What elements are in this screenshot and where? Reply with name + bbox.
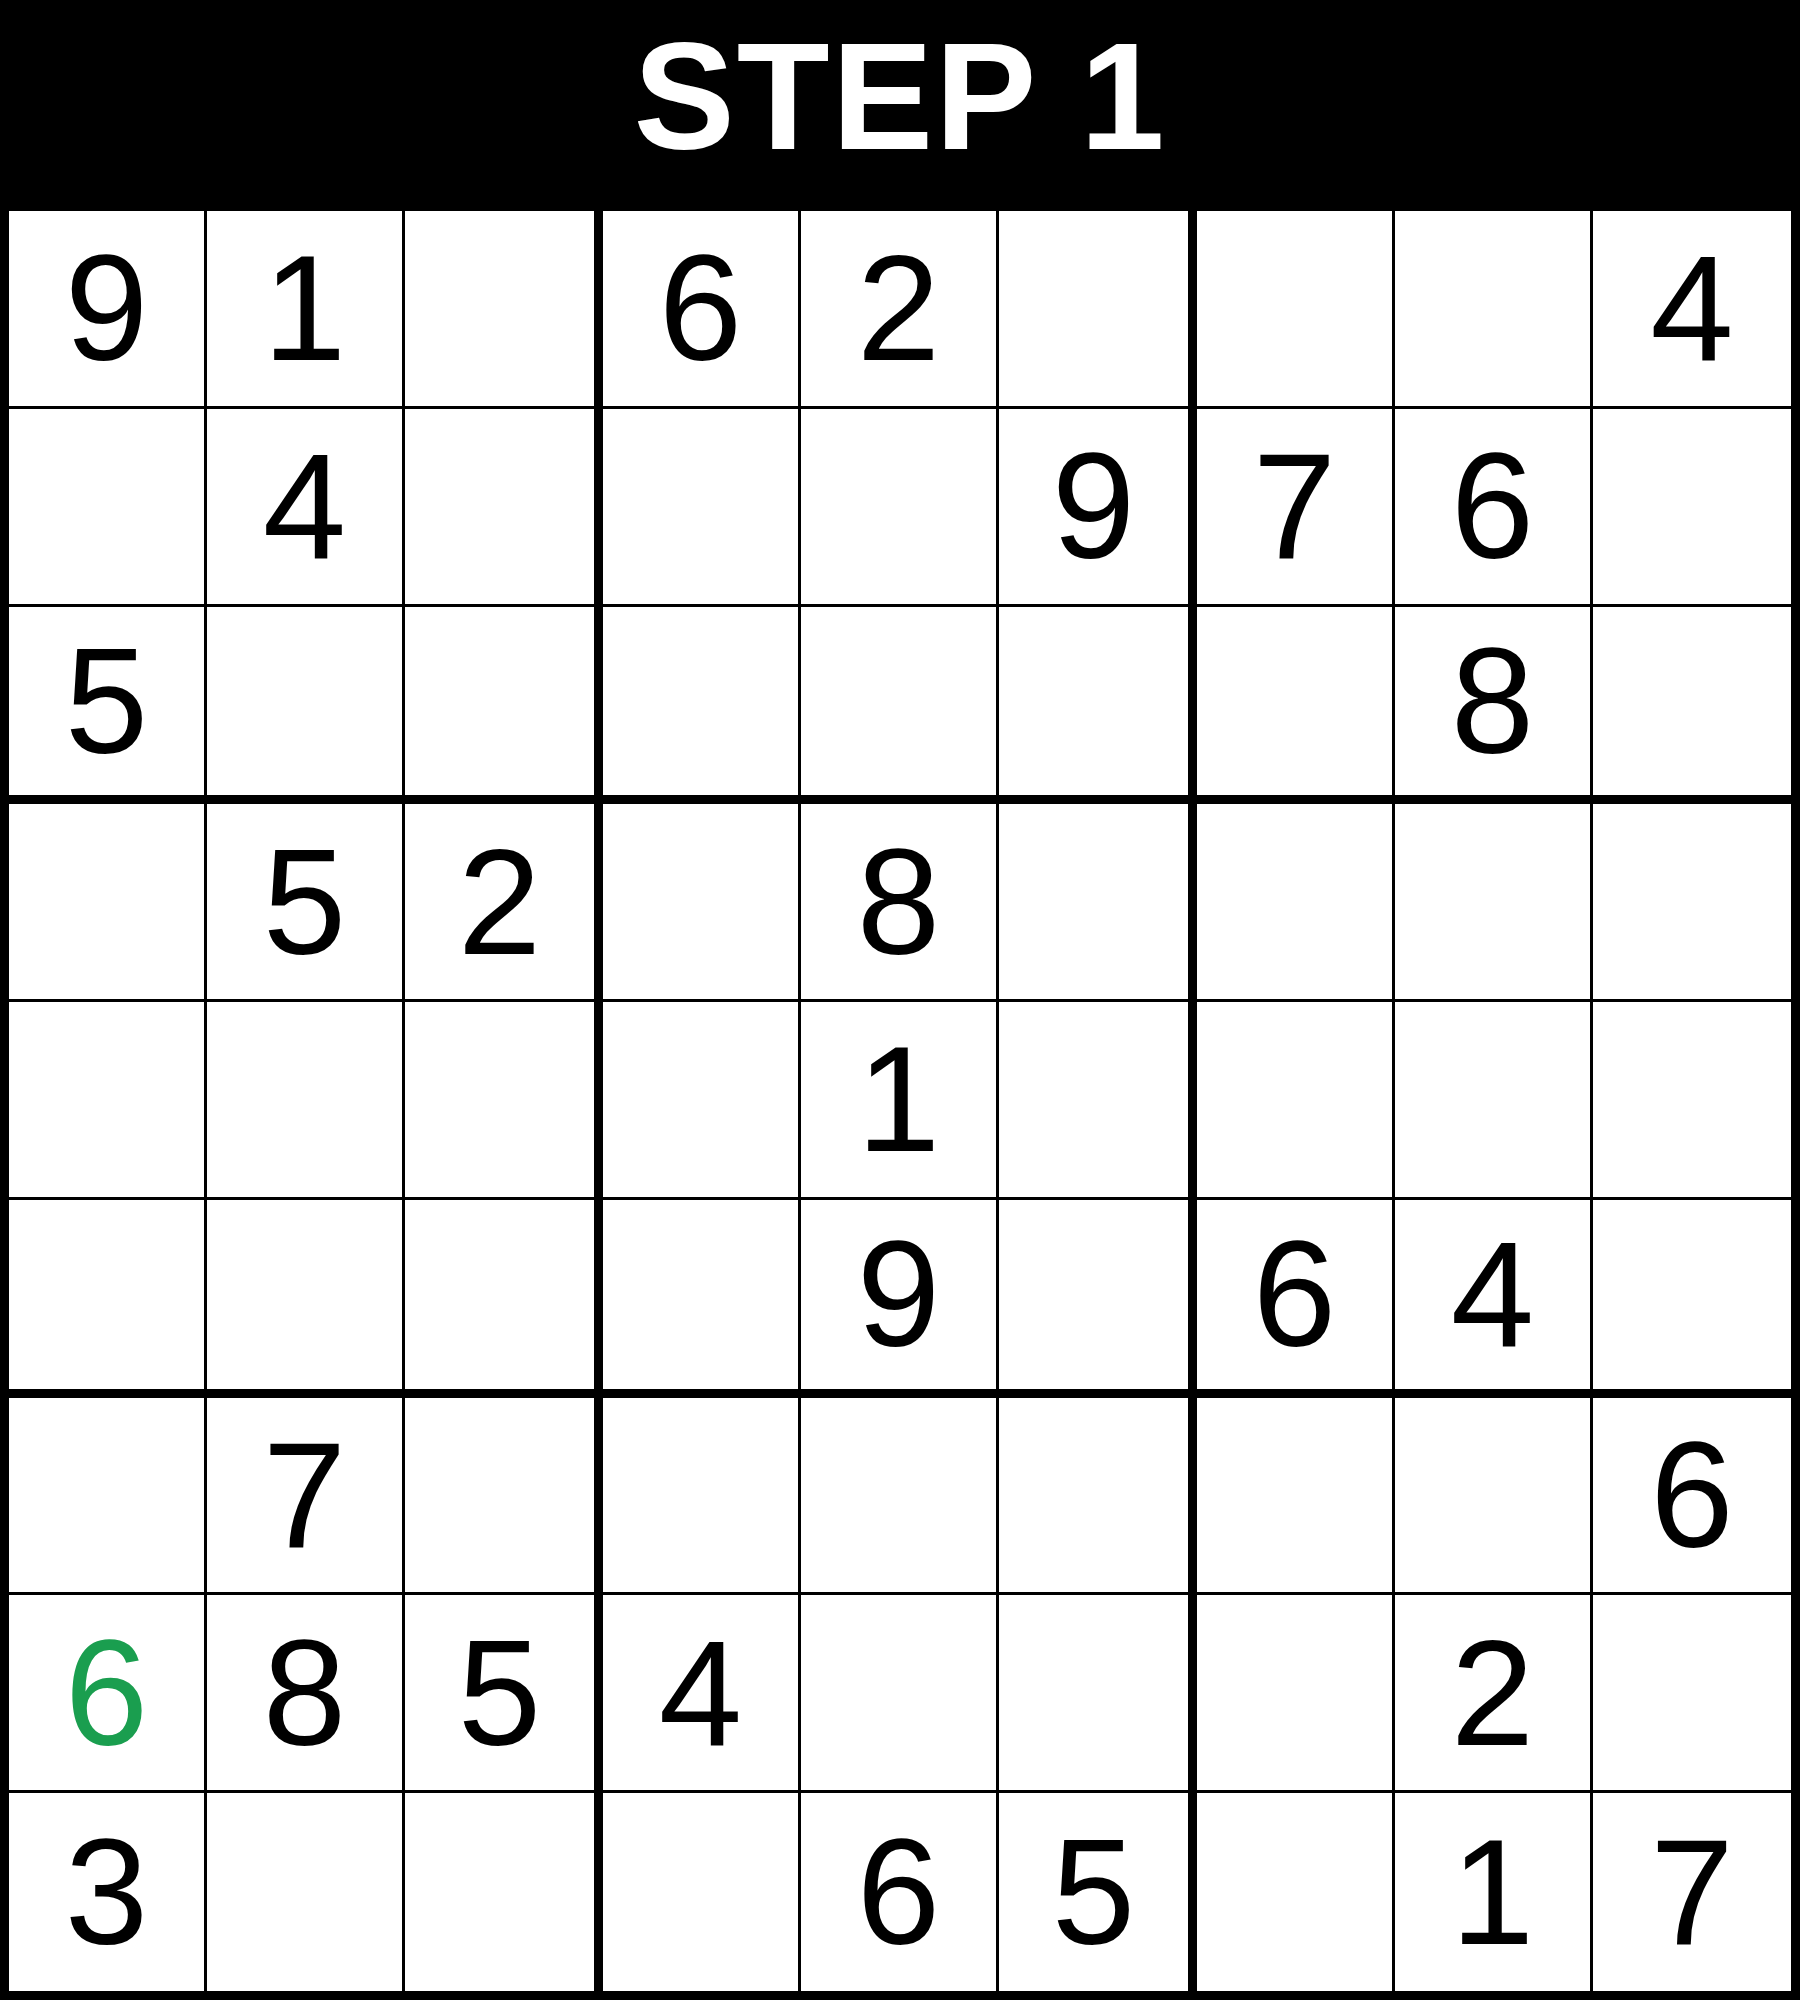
cell-r3c5[interactable] [801,607,999,805]
cell-r8c8[interactable]: 2 [1395,1595,1593,1793]
cell-r6c9[interactable] [1593,1200,1791,1398]
cell-r3c2[interactable] [207,607,405,805]
cell-r2c8[interactable]: 6 [1395,409,1593,607]
cell-r2c3[interactable] [405,409,603,607]
cell-r4c3[interactable]: 2 [405,804,603,1002]
cell-r3c1[interactable]: 5 [9,607,207,805]
cell-r3c4[interactable] [603,607,801,805]
cell-r9c5[interactable]: 6 [801,1793,999,1991]
step-title: STEP 1 [633,20,1166,182]
cell-r6c8[interactable]: 4 [1395,1200,1593,1398]
cell-r6c1[interactable] [9,1200,207,1398]
cell-r1c9[interactable]: 4 [1593,211,1791,409]
sudoku-board: 916244976585281964766854236517 [0,202,1800,2000]
cell-r1c6[interactable] [999,211,1197,409]
cell-r7c7[interactable] [1197,1398,1395,1596]
cell-r1c2[interactable]: 1 [207,211,405,409]
cell-r2c5[interactable] [801,409,999,607]
cell-r3c7[interactable] [1197,607,1395,805]
cell-r9c4[interactable] [603,1793,801,1991]
cell-r4c4[interactable] [603,804,801,1002]
cell-r9c7[interactable] [1197,1793,1395,1991]
cell-r2c1[interactable] [9,409,207,607]
cell-r6c4[interactable] [603,1200,801,1398]
cell-r1c4[interactable]: 6 [603,211,801,409]
cell-r5c1[interactable] [9,1002,207,1200]
cell-r1c7[interactable] [1197,211,1395,409]
cell-r9c3[interactable] [405,1793,603,1991]
cell-r4c7[interactable] [1197,804,1395,1002]
cell-r2c7[interactable]: 7 [1197,409,1395,607]
cell-r2c9[interactable] [1593,409,1791,607]
cell-r2c4[interactable] [603,409,801,607]
cell-r9c1[interactable]: 3 [9,1793,207,1991]
cell-r1c1[interactable]: 9 [9,211,207,409]
cell-r9c9[interactable]: 7 [1593,1793,1791,1991]
cell-r4c6[interactable] [999,804,1197,1002]
cell-r9c2[interactable] [207,1793,405,1991]
cell-r6c2[interactable] [207,1200,405,1398]
cell-r7c5[interactable] [801,1398,999,1596]
cell-r8c4[interactable]: 4 [603,1595,801,1793]
cell-r5c5[interactable]: 1 [801,1002,999,1200]
cell-r7c3[interactable] [405,1398,603,1596]
cell-r6c5[interactable]: 9 [801,1200,999,1398]
cell-r5c7[interactable] [1197,1002,1395,1200]
cell-r5c6[interactable] [999,1002,1197,1200]
cell-r4c8[interactable] [1395,804,1593,1002]
cell-r5c8[interactable] [1395,1002,1593,1200]
cell-r1c5[interactable]: 2 [801,211,999,409]
cell-r7c2[interactable]: 7 [207,1398,405,1596]
cell-r5c9[interactable] [1593,1002,1791,1200]
cell-r7c1[interactable] [9,1398,207,1596]
cell-r6c6[interactable] [999,1200,1197,1398]
cell-r9c6[interactable]: 5 [999,1793,1197,1991]
cell-r8c2[interactable]: 8 [207,1595,405,1793]
cell-r1c3[interactable] [405,211,603,409]
cell-r5c3[interactable] [405,1002,603,1200]
cell-r6c7[interactable]: 6 [1197,1200,1395,1398]
cell-r3c9[interactable] [1593,607,1791,805]
cell-r4c1[interactable] [9,804,207,1002]
cell-r8c3[interactable]: 5 [405,1595,603,1793]
cell-r4c2[interactable]: 5 [207,804,405,1002]
page-root: STEP 1 916244976585281964766854236517 [0,0,1800,2000]
cell-r4c5[interactable]: 8 [801,804,999,1002]
cell-r3c6[interactable] [999,607,1197,805]
cell-r7c8[interactable] [1395,1398,1593,1596]
cell-r7c6[interactable] [999,1398,1197,1596]
cell-r8c6[interactable] [999,1595,1197,1793]
cell-r8c7[interactable] [1197,1595,1395,1793]
cell-r6c3[interactable] [405,1200,603,1398]
cell-r5c2[interactable] [207,1002,405,1200]
cell-r3c3[interactable] [405,607,603,805]
cell-r2c6[interactable]: 9 [999,409,1197,607]
cell-r7c9[interactable]: 6 [1593,1398,1791,1596]
cell-r5c4[interactable] [603,1002,801,1200]
cell-r8c9[interactable] [1593,1595,1791,1793]
cell-r2c2[interactable]: 4 [207,409,405,607]
step-header: STEP 1 [0,0,1800,202]
cell-r3c8[interactable]: 8 [1395,607,1593,805]
cell-r4c9[interactable] [1593,804,1791,1002]
cell-r1c8[interactable] [1395,211,1593,409]
cell-r8c1[interactable]: 6 [9,1595,207,1793]
cell-r7c4[interactable] [603,1398,801,1596]
cell-r8c5[interactable] [801,1595,999,1793]
cell-r9c8[interactable]: 1 [1395,1793,1593,1991]
